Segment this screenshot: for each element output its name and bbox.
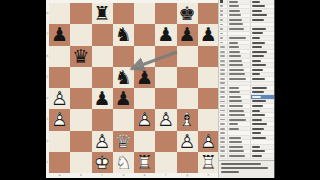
square-d8[interactable] (113, 3, 134, 24)
square-e8[interactable] (134, 3, 155, 24)
square-a6[interactable] (49, 46, 70, 67)
black-move-cell[interactable] (251, 68, 274, 72)
move-number-text (220, 128, 225, 130)
black-move-text (252, 146, 260, 148)
move-number-text (220, 101, 225, 103)
file-label: e (134, 173, 155, 178)
black-move-cell[interactable] (251, 127, 274, 131)
move-number-text (220, 24, 223, 26)
move-number-text (220, 105, 225, 107)
move-number-cell (219, 140, 228, 144)
move-number-text (220, 33, 223, 35)
square-h6[interactable] (198, 46, 219, 67)
move-number-cell (219, 86, 228, 90)
square-c4[interactable]: ♟ (92, 88, 113, 109)
square-e5[interactable]: ♟ (134, 67, 155, 88)
square-f1[interactable] (155, 152, 176, 173)
black-move-cell[interactable] (251, 140, 274, 144)
square-c8[interactable]: ♜ (92, 3, 113, 24)
move-number-text (220, 114, 225, 116)
white-move-cell[interactable] (228, 113, 251, 117)
black-move-cell[interactable] (251, 23, 274, 27)
black-move-cell[interactable] (251, 122, 274, 126)
black-pawn-g7[interactable]: ♟ (177, 24, 198, 45)
white-move-cell[interactable] (228, 36, 251, 40)
square-d1[interactable]: ♞♘ (113, 152, 134, 173)
square-g5[interactable] (177, 67, 198, 88)
white-move-text (229, 73, 245, 75)
white-king-c1-outline: ♔ (92, 152, 113, 173)
board-grid: ♜♚♟♞♟♟♟♛♞♟♟♙♟♟♟♙♟♙♟♙♝♗♟♙♛♕♟♙♟♙♚♔♞♘♜♖♜♖ (49, 3, 219, 173)
square-g3[interactable]: ♝♗ (177, 109, 198, 130)
square-a3[interactable]: ♟♙ (49, 109, 70, 130)
white-move-text (229, 91, 240, 93)
file-label: b (70, 173, 91, 178)
square-f4[interactable] (155, 88, 176, 109)
move-number-text (220, 91, 225, 93)
square-a2[interactable] (49, 131, 70, 152)
video-frame: 87654321 abcdefgh ♜♚♟♞♟♟♟♛♞♟♟♙♟♟♟♙♟♙♟♙♝♗… (0, 0, 320, 180)
move-number-cell (219, 41, 228, 45)
black-move-cell[interactable] (251, 0, 274, 4)
black-move-cell[interactable] (251, 14, 274, 18)
move-number-text (220, 137, 225, 139)
move-number-text (220, 96, 225, 98)
black-move-cell[interactable] (251, 109, 274, 113)
move-number-cell (219, 122, 228, 126)
white-move-text (229, 105, 243, 107)
white-pawn-a3-outline: ♙ (49, 109, 70, 130)
white-move-cell[interactable] (228, 54, 251, 58)
move-number-text (220, 37, 223, 39)
black-move-cell[interactable] (251, 5, 274, 9)
white-move-cell[interactable] (228, 68, 251, 72)
white-move-text (229, 96, 241, 98)
move-number-cell (219, 9, 228, 13)
black-move-cell[interactable] (251, 131, 274, 135)
move-number-text (220, 46, 225, 48)
move-number-text (220, 5, 223, 7)
square-b5[interactable] (70, 67, 91, 88)
move-number-text (220, 119, 225, 121)
white-move-text (229, 87, 239, 89)
white-pawn-f3-outline: ♙ (155, 109, 176, 130)
black-move-cell[interactable] (251, 54, 274, 58)
white-move-text (229, 110, 244, 112)
square-a5[interactable] (49, 67, 70, 88)
move-number-text (220, 69, 225, 71)
move-number-cell (219, 109, 228, 113)
white-rook-e1-outline: ♖ (134, 152, 155, 173)
black-move-cell[interactable] (251, 86, 274, 90)
black-queen-b6[interactable]: ♛ (70, 46, 91, 67)
square-f5[interactable] (155, 67, 176, 88)
black-move-text (252, 96, 261, 98)
file-label: a (49, 173, 70, 178)
square-h2[interactable]: ♟♙ (198, 131, 219, 152)
white-move-cell[interactable] (228, 82, 251, 86)
white-move-cell[interactable] (228, 77, 251, 81)
move-number-text (220, 60, 225, 62)
white-move-cell[interactable] (228, 154, 251, 158)
black-move-text (252, 51, 267, 53)
square-d3[interactable] (113, 109, 134, 130)
white-move-text (229, 19, 242, 21)
white-move-text (229, 78, 246, 80)
black-move-text (252, 37, 260, 39)
black-move-cell[interactable] (251, 113, 274, 117)
black-move-cell[interactable] (251, 9, 274, 13)
white-move-text (229, 10, 240, 12)
move-number-text (220, 28, 223, 30)
move-number-cell (219, 113, 228, 117)
move-number-text (220, 123, 225, 125)
black-move-text (252, 150, 265, 152)
white-move-text (229, 51, 240, 53)
square-c1[interactable]: ♚♔ (92, 152, 113, 173)
move-number-cell (219, 77, 228, 81)
move-number-cell (219, 5, 228, 9)
black-move-text (252, 110, 260, 112)
selected-move-cell[interactable] (251, 95, 274, 99)
file-label: c (92, 173, 113, 178)
black-move-cell[interactable] (251, 59, 274, 63)
move-number-text (220, 146, 225, 148)
black-move-text (252, 100, 266, 102)
black-rook-c8[interactable]: ♜ (92, 3, 113, 24)
black-move-cell[interactable] (251, 118, 274, 122)
white-move-text (229, 23, 243, 25)
white-move-text (229, 146, 243, 148)
white-move-cell[interactable] (228, 86, 251, 90)
black-move-cell[interactable] (251, 63, 274, 67)
white-move-cell[interactable] (228, 14, 251, 18)
square-e2[interactable] (134, 131, 155, 152)
square-f8[interactable] (155, 3, 176, 24)
white-move-cell[interactable] (228, 140, 251, 144)
square-g7[interactable]: ♟ (177, 24, 198, 45)
square-h1[interactable]: ♜♖ (198, 152, 219, 173)
white-move-cell[interactable] (228, 9, 251, 13)
square-b6[interactable]: ♛ (70, 46, 91, 67)
move-number-cell (219, 104, 228, 108)
black-move-cell[interactable] (251, 150, 274, 154)
white-move-cell[interactable] (228, 100, 251, 104)
square-f3[interactable]: ♟♙ (155, 109, 176, 130)
white-pawn-h2-outline: ♙ (198, 131, 219, 152)
square-b1[interactable] (70, 152, 91, 173)
square-a7[interactable]: ♟ (49, 24, 70, 45)
white-move-text (229, 69, 244, 71)
square-b3[interactable] (70, 109, 91, 130)
white-move-cell[interactable] (228, 95, 251, 99)
white-rook-h1-outline: ♖ (198, 152, 219, 173)
white-move-text (229, 100, 242, 102)
black-move-cell[interactable] (251, 145, 274, 149)
move-number-text (220, 55, 225, 57)
move-number-text (220, 73, 225, 75)
white-move-text (229, 128, 239, 130)
black-move-cell[interactable] (251, 18, 274, 22)
move-number-cell (219, 154, 228, 158)
white-move-text (229, 42, 238, 44)
square-b4[interactable] (70, 88, 91, 109)
move-number-text (220, 10, 223, 12)
black-move-text (252, 123, 267, 125)
white-move-cell[interactable] (228, 109, 251, 113)
file-label: d (113, 173, 134, 178)
black-knight-d5[interactable]: ♞ (113, 67, 134, 88)
white-move-text (229, 46, 239, 48)
white-pawn-g2-outline: ♙ (177, 131, 198, 152)
move-number-cell (219, 45, 228, 49)
black-move-text (252, 137, 266, 139)
move-number-text (220, 132, 225, 134)
white-move-cell[interactable] (228, 27, 251, 31)
white-move-cell[interactable] (228, 136, 251, 140)
black-move-text (252, 5, 265, 7)
square-c5[interactable] (92, 67, 113, 88)
white-move-cell[interactable] (228, 122, 251, 126)
square-g4[interactable] (177, 88, 198, 109)
white-move-cell[interactable] (228, 63, 251, 67)
square-e7[interactable] (134, 24, 155, 45)
move-number-cell (219, 127, 228, 131)
black-king-g8[interactable]: ♚ (177, 3, 198, 24)
white-move-text (229, 28, 244, 30)
black-pawn-h7[interactable]: ♟ (198, 24, 219, 45)
black-move-text (252, 87, 267, 89)
move-number-cell (219, 95, 228, 99)
move-number-text (220, 42, 223, 44)
black-move-cell[interactable] (251, 45, 274, 49)
black-move-text (252, 114, 265, 116)
file-labels: abcdefgh (49, 173, 219, 178)
black-move-text (252, 64, 266, 66)
move-number-text (220, 82, 225, 84)
move-number-cell (219, 131, 228, 135)
square-g1[interactable] (177, 152, 198, 173)
file-label: g (177, 173, 198, 178)
move-number-cell (219, 59, 228, 63)
square-f2[interactable] (155, 131, 176, 152)
square-b7[interactable] (70, 24, 91, 45)
black-move-text (252, 155, 262, 157)
move-number-text (220, 78, 225, 80)
file-label: h (198, 173, 219, 178)
square-h7[interactable]: ♟ (198, 24, 219, 45)
move-list[interactable] (219, 0, 274, 160)
black-move-text (252, 1, 260, 3)
move-number-cell (219, 0, 228, 4)
move-number-cell (219, 63, 228, 67)
game-icon (220, 0, 223, 3)
black-pawn-d4[interactable]: ♟ (113, 88, 134, 109)
white-pawn-e3-outline: ♙ (134, 109, 155, 130)
white-move-cell[interactable] (228, 131, 251, 135)
black-pawn-c4[interactable]: ♟ (92, 88, 113, 109)
move-number-cell (219, 150, 228, 154)
square-e3[interactable]: ♟♙ (134, 109, 155, 130)
square-c3[interactable] (92, 109, 113, 130)
white-move-cell[interactable] (228, 73, 251, 77)
square-g8[interactable]: ♚ (177, 3, 198, 24)
notation-panel[interactable] (218, 0, 275, 178)
white-move-text (229, 60, 242, 62)
move-number-text (220, 51, 225, 53)
white-move-cell[interactable] (228, 32, 251, 36)
black-move-cell[interactable] (251, 136, 274, 140)
square-g6[interactable] (177, 46, 198, 67)
black-knight-d7[interactable]: ♞ (113, 24, 134, 45)
white-move-text (229, 1, 238, 3)
white-pawn-c2-outline: ♙ (92, 131, 113, 152)
engine-status-line (221, 163, 261, 165)
engine-status-line (221, 171, 239, 173)
square-f6[interactable] (155, 46, 176, 67)
white-move-text (229, 37, 246, 39)
square-d4[interactable]: ♟ (113, 88, 134, 109)
move-number-cell (219, 68, 228, 72)
square-h4[interactable] (198, 88, 219, 109)
white-move-cell[interactable] (228, 145, 251, 149)
white-queen-d2-outline: ♕ (113, 131, 134, 152)
chess-board: 87654321 abcdefgh ♜♚♟♞♟♟♟♛♞♟♟♙♟♟♟♙♟♙♟♙♝♗… (46, 0, 219, 178)
white-move-text (229, 114, 245, 116)
engine-status (219, 160, 274, 178)
square-a1[interactable] (49, 152, 70, 173)
engine-status-line (221, 167, 268, 169)
black-move-text (252, 132, 261, 134)
move-number-cell (219, 50, 228, 54)
white-move-cell[interactable] (228, 59, 251, 63)
white-move-cell[interactable] (228, 104, 251, 108)
black-move-text (252, 14, 267, 16)
white-move-cell[interactable] (228, 50, 251, 54)
move-number-text (220, 155, 225, 157)
black-move-cell[interactable] (251, 154, 274, 158)
black-pawn-e5[interactable]: ♟ (134, 67, 155, 88)
white-move-cell[interactable] (228, 150, 251, 154)
black-pawn-a7[interactable]: ♟ (49, 24, 70, 45)
move-number-cell (219, 145, 228, 149)
white-move-cell[interactable] (228, 0, 251, 4)
move-number-cell (219, 91, 228, 95)
move-number-cell (219, 36, 228, 40)
black-move-cell[interactable] (251, 91, 274, 95)
square-f7[interactable]: ♟ (155, 24, 176, 45)
black-move-cell[interactable] (251, 27, 274, 31)
move-number-cell (219, 136, 228, 140)
move-number-cell (219, 18, 228, 22)
move-number-text (220, 87, 225, 89)
black-move-cell[interactable] (251, 73, 274, 77)
square-d7[interactable]: ♞ (113, 24, 134, 45)
black-move-text (252, 119, 262, 121)
black-move-text (252, 73, 260, 75)
white-move-cell[interactable] (228, 127, 251, 131)
square-e6[interactable] (134, 46, 155, 67)
black-move-text (252, 60, 261, 62)
black-move-text (252, 78, 265, 80)
black-move-text (252, 28, 266, 30)
black-move-cell[interactable] (251, 82, 274, 86)
move-row[interactable] (219, 154, 274, 159)
black-pawn-f7[interactable]: ♟ (155, 24, 176, 45)
move-number-cell (219, 23, 228, 27)
square-h3[interactable] (198, 109, 219, 130)
black-move-text (252, 55, 264, 57)
black-move-text (252, 10, 262, 12)
black-move-text (252, 32, 263, 34)
white-pawn-a4-outline: ♙ (49, 88, 70, 109)
black-move-cell[interactable] (251, 32, 274, 36)
square-b8[interactable] (70, 3, 91, 24)
black-move-text (252, 128, 264, 130)
black-move-text (252, 69, 263, 71)
move-number-text (220, 110, 225, 112)
white-knight-d1-outline: ♘ (113, 152, 134, 173)
square-e1[interactable]: ♜♖ (134, 152, 155, 173)
square-b2[interactable] (70, 131, 91, 152)
black-move-cell[interactable] (251, 36, 274, 40)
move-number-text (220, 19, 223, 21)
white-move-cell[interactable] (228, 118, 251, 122)
move-number-cell (219, 100, 228, 104)
move-number-cell (219, 118, 228, 122)
square-a4[interactable]: ♟♙ (49, 88, 70, 109)
white-move-text (229, 150, 244, 152)
move-number-text (220, 150, 225, 152)
white-move-text (229, 64, 243, 66)
move-number-text (220, 14, 223, 16)
white-move-text (229, 55, 241, 57)
white-move-cell[interactable] (228, 45, 251, 49)
square-c6[interactable] (92, 46, 113, 67)
white-move-text (229, 5, 239, 7)
black-move-cell[interactable] (251, 104, 274, 108)
square-d2[interactable]: ♛♕ (113, 131, 134, 152)
square-c7[interactable] (92, 24, 113, 45)
white-move-cell[interactable] (228, 5, 251, 9)
square-d6[interactable] (113, 46, 134, 67)
move-number-cell (219, 32, 228, 36)
white-move-cell[interactable] (228, 41, 251, 45)
white-bishop-g3-outline: ♗ (177, 109, 198, 130)
square-a8[interactable] (49, 3, 70, 24)
black-move-cell[interactable] (251, 77, 274, 81)
black-move-text (252, 42, 265, 44)
white-move-text (229, 141, 242, 143)
white-move-cell[interactable] (228, 91, 251, 95)
black-move-text (252, 105, 263, 107)
square-h8[interactable] (198, 3, 219, 24)
black-move-cell[interactable] (251, 50, 274, 54)
square-d5[interactable]: ♞ (113, 67, 134, 88)
black-move-text (252, 91, 264, 93)
white-move-text (229, 123, 238, 125)
square-e4[interactable] (134, 88, 155, 109)
white-move-cell[interactable] (228, 23, 251, 27)
square-g2[interactable]: ♟♙ (177, 131, 198, 152)
black-move-cell[interactable] (251, 41, 274, 45)
square-h5[interactable] (198, 67, 219, 88)
move-number-text (220, 141, 225, 143)
black-move-cell[interactable] (251, 100, 274, 104)
white-move-text (229, 14, 241, 16)
square-c2[interactable]: ♟♙ (92, 131, 113, 152)
white-move-cell[interactable] (228, 18, 251, 22)
